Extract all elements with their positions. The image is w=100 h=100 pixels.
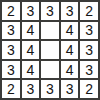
puzzle-board: 2333234433443344323332	[0, 0, 100, 100]
grid-cell-r2c2[interactable]: 4	[22, 22, 40, 40]
grid-cell-r1c5[interactable]: 2	[80, 2, 98, 20]
grid-cell-r3c4[interactable]: 4	[61, 41, 79, 59]
grid-cell-r3c5[interactable]: 3	[80, 41, 98, 59]
grid-cell-r1c4[interactable]: 3	[61, 2, 79, 20]
grid-cell-r1c2[interactable]: 3	[22, 2, 40, 20]
grid-cell-r3c3[interactable]	[41, 41, 59, 59]
grid-cell-r5c5[interactable]: 2	[80, 80, 98, 98]
grid-cell-r4c5[interactable]: 3	[80, 61, 98, 79]
grid-cell-r5c1[interactable]: 2	[2, 80, 20, 98]
grid-cell-r4c3[interactable]	[41, 61, 59, 79]
grid-cell-r1c1[interactable]: 2	[2, 2, 20, 20]
grid-cell-r2c1[interactable]: 3	[2, 22, 20, 40]
grid-cell-r2c3[interactable]	[41, 22, 59, 40]
grid-cell-r3c1[interactable]: 3	[2, 41, 20, 59]
grid-cell-r3c2[interactable]: 4	[22, 41, 40, 59]
grid-cell-r4c4[interactable]: 4	[61, 61, 79, 79]
grid-cell-r5c2[interactable]: 3	[22, 80, 40, 98]
grid-cell-r5c3[interactable]: 3	[41, 80, 59, 98]
grid-cell-r2c4[interactable]: 4	[61, 22, 79, 40]
grid-cell-r1c3[interactable]: 3	[41, 2, 59, 20]
grid-cell-r2c5[interactable]: 3	[80, 22, 98, 40]
grid-cell-r5c4[interactable]: 3	[61, 80, 79, 98]
grid-cell-r4c2[interactable]: 4	[22, 61, 40, 79]
grid-cell-r4c1[interactable]: 3	[2, 61, 20, 79]
